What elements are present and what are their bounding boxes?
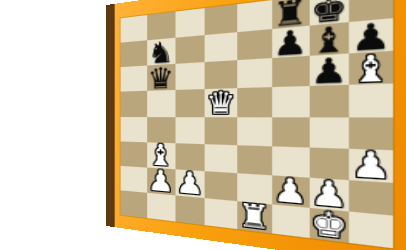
square-d6 xyxy=(205,60,237,89)
square-e7 xyxy=(237,29,272,60)
square-e4 xyxy=(237,117,272,146)
square-a3 xyxy=(121,141,147,167)
black-knight: ♞ xyxy=(147,38,175,66)
square-a5 xyxy=(121,91,147,116)
square-a4 xyxy=(121,117,147,142)
square-c6 xyxy=(175,62,205,90)
square-a8 xyxy=(121,15,147,43)
square-f5 xyxy=(272,86,309,116)
square-f1 xyxy=(272,204,309,238)
square-c2: ♟ xyxy=(175,169,205,198)
square-d7 xyxy=(205,32,237,62)
square-g5 xyxy=(309,85,349,117)
square-h3: ♟ xyxy=(349,148,393,182)
chessboard-3d-scene: ♜♚♞♟♝♟♛♟♝♛♝♟♟♟♟♟♜♚ xyxy=(0,0,406,250)
square-c4 xyxy=(175,117,205,144)
square-d3 xyxy=(205,144,237,173)
white-rook: ♜ xyxy=(237,201,272,233)
square-b7: ♞ xyxy=(147,38,175,66)
white-pawn: ♟ xyxy=(272,175,309,208)
square-h2 xyxy=(349,180,393,216)
square-g6: ♟ xyxy=(309,54,349,87)
square-h7: ♟ xyxy=(349,18,393,53)
square-d1 xyxy=(205,198,237,229)
square-f3 xyxy=(272,146,309,177)
square-d5: ♛ xyxy=(205,89,237,117)
white-bishop: ♝ xyxy=(349,51,393,85)
square-b6: ♛ xyxy=(147,64,175,91)
square-b2: ♟ xyxy=(147,167,175,195)
square-h5 xyxy=(349,84,393,117)
square-c3 xyxy=(175,143,205,171)
square-c5 xyxy=(175,89,205,116)
square-e8 xyxy=(237,0,272,32)
square-c1 xyxy=(175,195,205,225)
square-b8 xyxy=(147,12,175,41)
square-e2 xyxy=(237,173,272,204)
square-e6 xyxy=(237,58,272,88)
square-f7: ♟ xyxy=(272,26,309,59)
white-king: ♚ xyxy=(309,208,349,243)
square-f6 xyxy=(272,56,309,87)
square-d4 xyxy=(205,117,237,145)
square-g7: ♝ xyxy=(309,22,349,56)
square-e3 xyxy=(237,145,272,175)
black-pawn: ♟ xyxy=(349,18,393,53)
square-g2: ♟ xyxy=(309,177,349,211)
square-e1: ♜ xyxy=(237,201,272,233)
white-pawn: ♟ xyxy=(175,169,205,198)
white-bishop: ♝ xyxy=(147,142,175,169)
square-a7 xyxy=(121,40,147,67)
square-b4 xyxy=(147,117,175,143)
square-a6 xyxy=(121,66,147,92)
chess-board: ♜♚♞♟♝♟♛♟♝♛♝♟♟♟♟♟♜♚ xyxy=(106,0,406,250)
board-grid: ♜♚♞♟♝♟♛♟♝♛♝♟♟♟♟♟♜♚ xyxy=(121,0,394,248)
black-rook: ♜ xyxy=(272,0,309,29)
square-h6: ♝ xyxy=(349,51,393,85)
square-b1 xyxy=(147,193,175,222)
black-pawn: ♟ xyxy=(272,26,309,59)
square-a2 xyxy=(121,166,147,193)
square-g3 xyxy=(309,147,349,180)
square-g4 xyxy=(309,117,349,149)
square-f8: ♜ xyxy=(272,0,309,29)
white-pawn: ♟ xyxy=(147,167,175,195)
square-h4 xyxy=(349,117,393,150)
black-queen: ♛ xyxy=(147,64,175,91)
white-queen: ♛ xyxy=(205,89,237,117)
square-c8 xyxy=(175,8,205,38)
square-b3: ♝ xyxy=(147,142,175,169)
square-h1 xyxy=(349,211,393,248)
square-d2 xyxy=(205,171,237,201)
square-g1: ♚ xyxy=(309,208,349,243)
square-d8 xyxy=(205,4,237,35)
white-pawn: ♟ xyxy=(309,177,349,211)
square-f2: ♟ xyxy=(272,175,309,208)
white-pawn: ♟ xyxy=(349,148,393,182)
square-b5 xyxy=(147,90,175,116)
black-bishop: ♝ xyxy=(309,22,349,56)
square-e5 xyxy=(237,88,272,117)
square-a1 xyxy=(121,190,147,218)
black-pawn: ♟ xyxy=(309,54,349,87)
square-f4 xyxy=(272,117,309,147)
square-c7 xyxy=(175,35,205,64)
